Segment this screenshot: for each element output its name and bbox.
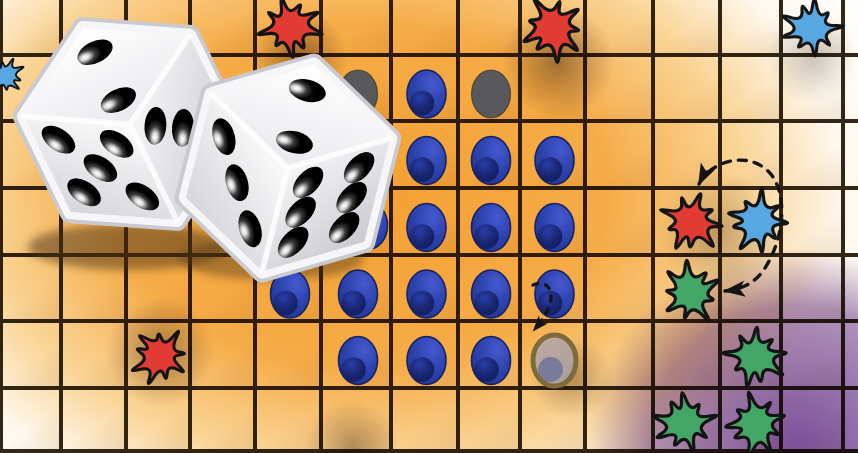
- peg-blue[interactable]: [535, 204, 574, 252]
- peg-blue[interactable]: [472, 270, 511, 318]
- target-hole[interactable]: [533, 335, 576, 386]
- peg-blue[interactable]: [472, 137, 511, 185]
- peg-blue[interactable]: [407, 70, 446, 118]
- splat-blue[interactable]: [716, 180, 796, 262]
- peg-blue[interactable]: [339, 270, 378, 318]
- peg-blue[interactable]: [339, 337, 378, 385]
- splat-red[interactable]: [255, 0, 327, 62]
- peg-blue[interactable]: [535, 270, 574, 318]
- splat-green[interactable]: [714, 319, 796, 399]
- peg-blue[interactable]: [407, 137, 446, 185]
- splat-red[interactable]: [119, 318, 197, 394]
- peg-blue[interactable]: [472, 204, 511, 252]
- peg-blue[interactable]: [407, 204, 446, 252]
- splat-green[interactable]: [721, 389, 787, 453]
- splat-green[interactable]: [659, 256, 725, 328]
- peg-blue[interactable]: [407, 337, 446, 385]
- peg-blue[interactable]: [407, 270, 446, 318]
- splat-red[interactable]: [649, 182, 733, 266]
- peg-gray[interactable]: [472, 70, 511, 118]
- splat-blue[interactable]: [774, 0, 848, 61]
- pieces-art: [0, 0, 858, 453]
- peg-blue[interactable]: [472, 337, 511, 385]
- illustration-stage: [0, 0, 858, 453]
- splat-red[interactable]: [517, 0, 586, 67]
- splat-green[interactable]: [648, 388, 720, 453]
- peg-blue[interactable]: [535, 137, 574, 185]
